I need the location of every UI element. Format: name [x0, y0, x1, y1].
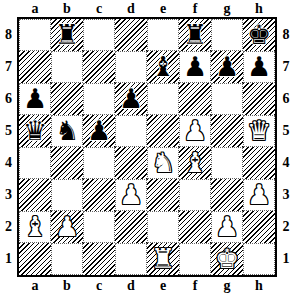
square-d2[interactable]: [115, 211, 147, 243]
square-e8[interactable]: [147, 19, 179, 51]
file-labels-bottom: abcdefgh: [17, 277, 277, 295]
square-h7[interactable]: ♟: [243, 51, 275, 83]
piece-white-queen-h5[interactable]: ♛: [243, 115, 275, 147]
rank-label-right-6: 6: [277, 83, 295, 115]
square-g3[interactable]: [211, 179, 243, 211]
square-e6[interactable]: [147, 83, 179, 115]
corner-bottom-right: [277, 277, 295, 295]
square-f6[interactable]: [179, 83, 211, 115]
rank-label-right-7: 7: [277, 51, 295, 83]
square-b4[interactable]: [51, 147, 83, 179]
square-f7[interactable]: ♟: [179, 51, 211, 83]
piece-black-rook-f8[interactable]: ♜: [179, 19, 211, 51]
rank-labels-left: 87654321: [0, 17, 17, 277]
rank-label-left-2: 2: [0, 211, 17, 243]
square-f1[interactable]: [179, 243, 211, 275]
file-label-bottom-c: c: [83, 278, 115, 294]
square-d3[interactable]: ♟: [115, 179, 147, 211]
piece-white-knight-e4[interactable]: ♞: [147, 147, 179, 179]
rank-label-left-1: 1: [0, 243, 17, 275]
square-c2[interactable]: [83, 211, 115, 243]
rank-label-right-1: 1: [277, 243, 295, 275]
square-d6[interactable]: ♟: [115, 83, 147, 115]
piece-black-pawn-h7[interactable]: ♟: [243, 51, 275, 83]
chess-diagram: abcdefgh 87654321 ♜♜♚♝♟♟♟♟♟♛♞♟♟♛♞♝♟♟♝♟♟♜…: [0, 0, 295, 295]
square-c8[interactable]: [83, 19, 115, 51]
piece-white-bishop-f4[interactable]: ♝: [179, 147, 211, 179]
rank-label-right-2: 2: [277, 211, 295, 243]
square-c7[interactable]: [83, 51, 115, 83]
piece-white-king-g1[interactable]: ♚: [211, 243, 243, 275]
file-label-bottom-g: g: [211, 278, 243, 294]
piece-black-pawn-f7[interactable]: ♟: [179, 51, 211, 83]
piece-white-pawn-b2[interactable]: ♟: [51, 211, 83, 243]
file-label-bottom-h: h: [243, 278, 275, 294]
square-e5[interactable]: [147, 115, 179, 147]
file-label-bottom-b: b: [51, 278, 83, 294]
piece-white-pawn-f5[interactable]: ♟: [179, 115, 211, 147]
square-g7[interactable]: ♟: [211, 51, 243, 83]
file-label-top-a: a: [19, 1, 51, 17]
rank-label-left-3: 3: [0, 179, 17, 211]
file-label-bottom-a: a: [19, 278, 51, 294]
rank-label-right-8: 8: [277, 19, 295, 51]
square-a5[interactable]: ♛: [19, 115, 51, 147]
square-g8[interactable]: [211, 19, 243, 51]
file-labels-top: abcdefgh: [17, 0, 277, 17]
square-d1[interactable]: [115, 243, 147, 275]
square-g4[interactable]: [211, 147, 243, 179]
square-a7[interactable]: [19, 51, 51, 83]
square-e7[interactable]: ♝: [147, 51, 179, 83]
file-label-top-g: g: [211, 1, 243, 17]
piece-white-rook-e1[interactable]: ♜: [147, 243, 179, 275]
rank-label-right-4: 4: [277, 147, 295, 179]
corner-top-left: [0, 0, 17, 17]
file-label-bottom-e: e: [147, 278, 179, 294]
square-b1[interactable]: [51, 243, 83, 275]
rank-labels-right: 87654321: [277, 17, 295, 277]
square-h4[interactable]: [243, 147, 275, 179]
square-b8[interactable]: ♜: [51, 19, 83, 51]
square-e1[interactable]: ♜: [147, 243, 179, 275]
square-b5[interactable]: ♞: [51, 115, 83, 147]
piece-black-knight-b5[interactable]: ♞: [51, 115, 83, 147]
square-e4[interactable]: ♞: [147, 147, 179, 179]
piece-white-bishop-a2[interactable]: ♝: [19, 211, 51, 243]
square-c3[interactable]: [83, 179, 115, 211]
square-g1[interactable]: ♚: [211, 243, 243, 275]
piece-black-pawn-c5[interactable]: ♟: [83, 115, 115, 147]
square-e3[interactable]: [147, 179, 179, 211]
piece-black-pawn-d6[interactable]: ♟: [115, 83, 147, 115]
square-h3[interactable]: ♟: [243, 179, 275, 211]
square-a6[interactable]: ♟: [19, 83, 51, 115]
square-b2[interactable]: ♟: [51, 211, 83, 243]
square-g5[interactable]: [211, 115, 243, 147]
piece-black-queen-a5[interactable]: ♛: [19, 115, 51, 147]
rank-label-left-8: 8: [0, 19, 17, 51]
square-d4[interactable]: [115, 147, 147, 179]
rank-label-left-4: 4: [0, 147, 17, 179]
square-g2[interactable]: ♟: [211, 211, 243, 243]
piece-black-bishop-e7[interactable]: ♝: [147, 51, 179, 83]
rank-label-left-5: 5: [0, 115, 17, 147]
piece-white-pawn-h3[interactable]: ♟: [243, 179, 275, 211]
square-a4[interactable]: [19, 147, 51, 179]
square-b3[interactable]: [51, 179, 83, 211]
square-g6[interactable]: [211, 83, 243, 115]
piece-black-rook-b8[interactable]: ♜: [51, 19, 83, 51]
file-label-top-e: e: [147, 1, 179, 17]
square-h1[interactable]: [243, 243, 275, 275]
piece-white-pawn-d3[interactable]: ♟: [115, 179, 147, 211]
square-f4[interactable]: ♝: [179, 147, 211, 179]
file-label-top-d: d: [115, 1, 147, 17]
square-a3[interactable]: [19, 179, 51, 211]
square-b6[interactable]: [51, 83, 83, 115]
square-h2[interactable]: [243, 211, 275, 243]
file-label-top-c: c: [83, 1, 115, 17]
square-c6[interactable]: [83, 83, 115, 115]
file-label-top-f: f: [179, 1, 211, 17]
square-d8[interactable]: [115, 19, 147, 51]
corner-top-right: [277, 0, 295, 17]
chess-board: ♜♜♚♝♟♟♟♟♟♛♞♟♟♛♞♝♟♟♝♟♟♜♚: [17, 17, 277, 277]
piece-black-pawn-a6[interactable]: ♟: [19, 83, 51, 115]
piece-white-pawn-g2[interactable]: ♟: [211, 211, 243, 243]
square-f8[interactable]: ♜: [179, 19, 211, 51]
square-b7[interactable]: [51, 51, 83, 83]
rank-label-left-6: 6: [0, 83, 17, 115]
square-c4[interactable]: [83, 147, 115, 179]
square-a8[interactable]: [19, 19, 51, 51]
square-f3[interactable]: [179, 179, 211, 211]
piece-black-pawn-g7[interactable]: ♟: [211, 51, 243, 83]
rank-label-right-3: 3: [277, 179, 295, 211]
square-d5[interactable]: [115, 115, 147, 147]
square-f5[interactable]: ♟: [179, 115, 211, 147]
square-f2[interactable]: [179, 211, 211, 243]
square-a2[interactable]: ♝: [19, 211, 51, 243]
square-h5[interactable]: ♛: [243, 115, 275, 147]
square-e2[interactable]: [147, 211, 179, 243]
square-h8[interactable]: ♚: [243, 19, 275, 51]
file-label-top-h: h: [243, 1, 275, 17]
square-d7[interactable]: [115, 51, 147, 83]
square-h6[interactable]: [243, 83, 275, 115]
corner-bottom-left: [0, 277, 17, 295]
file-label-bottom-d: d: [115, 278, 147, 294]
piece-black-king-h8[interactable]: ♚: [243, 19, 275, 51]
file-label-top-b: b: [51, 1, 83, 17]
rank-label-right-5: 5: [277, 115, 295, 147]
file-label-bottom-f: f: [179, 278, 211, 294]
square-c1[interactable]: [83, 243, 115, 275]
square-a1[interactable]: [19, 243, 51, 275]
rank-label-left-7: 7: [0, 51, 17, 83]
square-c5[interactable]: ♟: [83, 115, 115, 147]
